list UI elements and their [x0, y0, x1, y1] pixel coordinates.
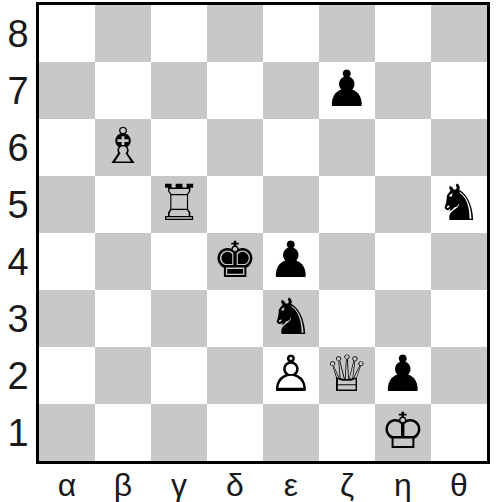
file-label-γ: γ [151, 464, 207, 502]
square-γ6[interactable] [151, 119, 207, 176]
square-ζ7[interactable]: ♟ [319, 62, 375, 119]
rank-label-3: 3 [0, 290, 36, 347]
file-labels: αβγδεζηθ [39, 464, 487, 502]
file-label-ζ: ζ [319, 464, 375, 502]
square-β4[interactable] [95, 233, 151, 290]
file-label-ε: ε [263, 464, 319, 502]
square-α8[interactable] [39, 5, 95, 62]
square-α3[interactable] [39, 290, 95, 347]
square-ε5[interactable] [263, 176, 319, 233]
piece-black-knight[interactable]: ♞ [437, 175, 482, 232]
piece-white-queen[interactable]: ♕ [325, 346, 370, 403]
square-β3[interactable] [95, 290, 151, 347]
square-α6[interactable] [39, 119, 95, 176]
file-label-η: η [375, 464, 431, 502]
rank-label-2: 2 [0, 347, 36, 404]
square-θ1[interactable] [431, 404, 487, 461]
square-θ5[interactable]: ♞ [431, 176, 487, 233]
square-η5[interactable] [375, 176, 431, 233]
square-α2[interactable] [39, 347, 95, 404]
piece-white-rook[interactable]: ♖ [157, 175, 202, 232]
square-α1[interactable] [39, 404, 95, 461]
rank-label-6: 6 [0, 119, 36, 176]
file-label-θ: θ [431, 464, 487, 502]
square-δ2[interactable] [207, 347, 263, 404]
square-ζ1[interactable] [319, 404, 375, 461]
rank-labels: 87654321 [0, 5, 36, 461]
piece-white-bishop[interactable]: ♗ [101, 118, 146, 175]
square-γ1[interactable] [151, 404, 207, 461]
square-η7[interactable] [375, 62, 431, 119]
square-δ6[interactable] [207, 119, 263, 176]
square-θ8[interactable] [431, 5, 487, 62]
square-ε4[interactable]: ♟ [263, 233, 319, 290]
square-β8[interactable] [95, 5, 151, 62]
file-label-β: β [95, 464, 151, 502]
piece-white-king[interactable]: ♔ [381, 403, 426, 460]
rank-label-8: 8 [0, 5, 36, 62]
square-θ6[interactable] [431, 119, 487, 176]
piece-black-knight[interactable]: ♞ [269, 289, 314, 346]
square-δ1[interactable] [207, 404, 263, 461]
file-label-δ: δ [207, 464, 263, 502]
square-δ3[interactable] [207, 290, 263, 347]
square-ε6[interactable] [263, 119, 319, 176]
square-γ3[interactable] [151, 290, 207, 347]
file-label-α: α [39, 464, 95, 502]
square-γ5[interactable]: ♖ [151, 176, 207, 233]
square-η6[interactable] [375, 119, 431, 176]
square-δ5[interactable] [207, 176, 263, 233]
square-β1[interactable] [95, 404, 151, 461]
chess-board: ♟♗♖♞♚♟♞♙♕♟♔ [36, 2, 490, 464]
square-ε8[interactable] [263, 5, 319, 62]
square-θ3[interactable] [431, 290, 487, 347]
square-η1[interactable]: ♔ [375, 404, 431, 461]
square-ε1[interactable] [263, 404, 319, 461]
square-ζ2[interactable]: ♕ [319, 347, 375, 404]
square-β5[interactable] [95, 176, 151, 233]
square-δ4[interactable]: ♚ [207, 233, 263, 290]
square-α5[interactable] [39, 176, 95, 233]
square-ε3[interactable]: ♞ [263, 290, 319, 347]
square-θ2[interactable] [431, 347, 487, 404]
square-η2[interactable]: ♟ [375, 347, 431, 404]
rank-label-7: 7 [0, 62, 36, 119]
square-ζ4[interactable] [319, 233, 375, 290]
rank-label-5: 5 [0, 176, 36, 233]
square-ζ3[interactable] [319, 290, 375, 347]
square-ζ6[interactable] [319, 119, 375, 176]
piece-black-pawn[interactable]: ♟ [269, 232, 314, 289]
square-ε7[interactable] [263, 62, 319, 119]
square-δ7[interactable] [207, 62, 263, 119]
chess-diagram: 87654321 ♟♗♖♞♚♟♞♙♕♟♔ αβγδεζηθ [0, 0, 499, 502]
rank-label-1: 1 [0, 404, 36, 461]
square-β6[interactable]: ♗ [95, 119, 151, 176]
square-α4[interactable] [39, 233, 95, 290]
square-ζ5[interactable] [319, 176, 375, 233]
square-η3[interactable] [375, 290, 431, 347]
square-γ8[interactable] [151, 5, 207, 62]
square-γ2[interactable] [151, 347, 207, 404]
square-β7[interactable] [95, 62, 151, 119]
square-ε2[interactable]: ♙ [263, 347, 319, 404]
square-α7[interactable] [39, 62, 95, 119]
square-η4[interactable] [375, 233, 431, 290]
piece-black-pawn[interactable]: ♟ [381, 346, 426, 403]
piece-white-pawn[interactable]: ♙ [269, 346, 314, 403]
square-β2[interactable] [95, 347, 151, 404]
rank-label-4: 4 [0, 233, 36, 290]
square-ζ8[interactable] [319, 5, 375, 62]
square-δ8[interactable] [207, 5, 263, 62]
piece-black-king[interactable]: ♚ [213, 232, 258, 289]
square-θ4[interactable] [431, 233, 487, 290]
square-γ4[interactable] [151, 233, 207, 290]
piece-black-pawn[interactable]: ♟ [325, 61, 370, 118]
square-η8[interactable] [375, 5, 431, 62]
square-γ7[interactable] [151, 62, 207, 119]
square-θ7[interactable] [431, 62, 487, 119]
